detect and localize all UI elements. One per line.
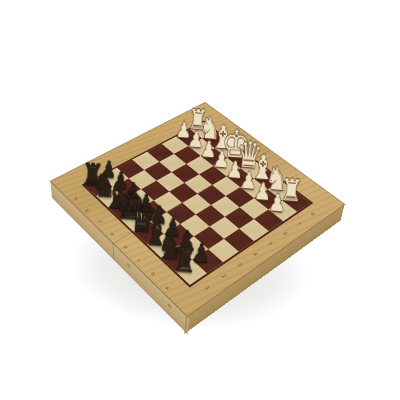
square-a2[interactable]: ♟ — [268, 200, 297, 221]
perspective-scene: ♜♞♝♚♛♝♞♜♟♟♟♟♟♟♟♟♟♟♟♟♟♟♟♟♜♞♝♚♛♝♞♜ hgfedcb… — [0, 0, 400, 400]
square-e4[interactable] — [184, 174, 212, 193]
brass-clasp — [127, 263, 130, 268]
chess-set-photo: ♜♞♝♚♛♝♞♜♟♟♟♟♟♟♟♟♟♟♟♟♟♟♟♟♜♞♝♚♛♝♞♜ hgfedcb… — [0, 0, 400, 400]
brass-clasp — [168, 304, 171, 309]
black-rook[interactable]: ♜ — [163, 242, 206, 279]
chess-board: ♜♞♝♚♛♝♞♜♟♟♟♟♟♟♟♟♟♟♟♟♟♟♟♟♜♞♝♚♛♝♞♜ hgfedcb… — [50, 102, 346, 317]
square-h4[interactable] — [147, 144, 174, 162]
white-pawn[interactable]: ♟ — [258, 190, 297, 216]
